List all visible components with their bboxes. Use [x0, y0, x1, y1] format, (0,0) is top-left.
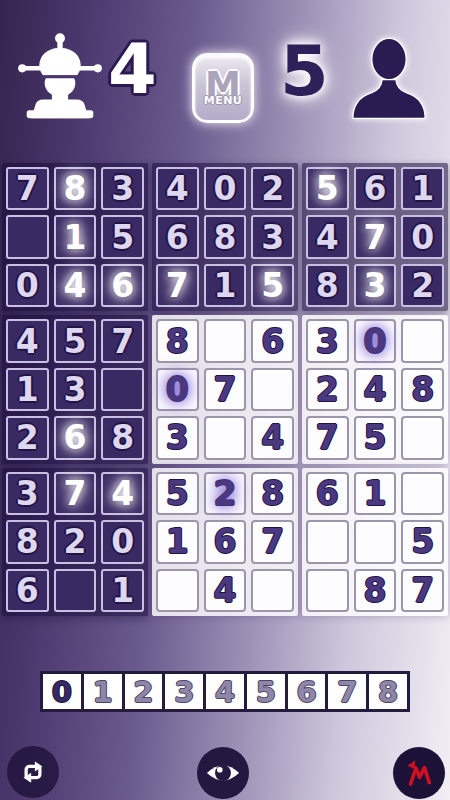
cell-r4c8[interactable]: 0 — [354, 319, 397, 362]
cell-r8c2[interactable]: 2 — [54, 520, 97, 563]
cell-r7c6[interactable]: 8 — [251, 472, 294, 515]
cell-r4c3[interactable]: 7 — [101, 319, 144, 362]
strip-digit-4[interactable]: 4 — [203, 671, 247, 712]
strip-digit-0[interactable]: 0 — [40, 671, 84, 712]
cell-r1c8[interactable]: 6 — [354, 167, 397, 210]
cell-r8c3[interactable]: 0 — [101, 520, 144, 563]
reveal-button[interactable] — [197, 747, 249, 799]
cell-r2c8[interactable]: 7 — [354, 215, 397, 258]
cell-r8c7[interactable] — [306, 520, 349, 563]
cell-r5c9[interactable]: 8 — [401, 368, 444, 411]
block-7: 37482061 — [2, 468, 148, 616]
cell-r1c9[interactable]: 1 — [401, 167, 444, 210]
strip-digit-2[interactable]: 2 — [122, 671, 166, 712]
strip-digit-5[interactable]: 5 — [244, 671, 288, 712]
cell-r1c2[interactable]: 8 — [54, 167, 97, 210]
cell-r1c6[interactable]: 2 — [251, 167, 294, 210]
cell-r2c5[interactable]: 8 — [204, 215, 247, 258]
cell-r8c6[interactable]: 7 — [251, 520, 294, 563]
cell-r9c7[interactable] — [306, 569, 349, 612]
robot-icon — [14, 31, 106, 121]
cell-r7c5[interactable]: 2 — [204, 472, 247, 515]
strip-digit-3[interactable]: 3 — [162, 671, 206, 712]
cell-r5c8[interactable]: 4 — [354, 368, 397, 411]
block-9: 61587 — [302, 468, 448, 616]
cell-r6c6[interactable]: 4 — [251, 416, 294, 459]
cell-r8c9[interactable]: 5 — [401, 520, 444, 563]
cell-r9c1[interactable]: 6 — [6, 569, 49, 612]
cell-r3c3[interactable]: 6 — [101, 264, 144, 307]
cell-r4c1[interactable]: 4 — [6, 319, 49, 362]
cell-r7c2[interactable]: 7 — [54, 472, 97, 515]
cell-r9c4[interactable] — [156, 569, 199, 612]
block-4: 45713268 — [2, 315, 148, 463]
robot-score: 4 — [108, 34, 157, 104]
cell-r3c9[interactable]: 2 — [401, 264, 444, 307]
cell-r2c2[interactable]: 1 — [54, 215, 97, 258]
cell-r7c1[interactable]: 3 — [6, 472, 49, 515]
cell-r5c6[interactable] — [251, 368, 294, 411]
cell-r9c8[interactable]: 8 — [354, 569, 397, 612]
cell-r7c8[interactable]: 1 — [354, 472, 397, 515]
block-5: 860734 — [152, 315, 298, 463]
cell-r4c5[interactable] — [204, 319, 247, 362]
block-6: 3024875 — [302, 315, 448, 463]
strip-digit-1[interactable]: 1 — [81, 671, 125, 712]
cell-r1c7[interactable]: 5 — [306, 167, 349, 210]
brand-button[interactable] — [393, 747, 445, 799]
cell-r1c5[interactable]: 0 — [204, 167, 247, 210]
block-8: 5281674 — [152, 468, 298, 616]
restart-icon — [18, 757, 48, 787]
cell-r6c9[interactable] — [401, 416, 444, 459]
cell-r8c1[interactable]: 8 — [6, 520, 49, 563]
block-1: 78315046 — [2, 163, 148, 311]
player-score: 5 — [280, 36, 329, 106]
cell-r3c7[interactable]: 8 — [306, 264, 349, 307]
cell-r6c3[interactable]: 8 — [101, 416, 144, 459]
cell-r6c2[interactable]: 6 — [54, 416, 97, 459]
cell-r5c1[interactable]: 1 — [6, 368, 49, 411]
cell-r8c5[interactable]: 6 — [204, 520, 247, 563]
strip-digit-7[interactable]: 7 — [325, 671, 369, 712]
cell-r5c2[interactable]: 3 — [54, 368, 97, 411]
strip-digit-6[interactable]: 6 — [285, 671, 329, 712]
cell-r9c3[interactable]: 1 — [101, 569, 144, 612]
cell-r5c3[interactable] — [101, 368, 144, 411]
cell-r2c3[interactable]: 5 — [101, 215, 144, 258]
cell-r7c9[interactable] — [401, 472, 444, 515]
cell-r5c4[interactable]: 0 — [156, 368, 199, 411]
cell-r4c9[interactable] — [401, 319, 444, 362]
cell-r2c1[interactable] — [6, 215, 49, 258]
cell-r7c7[interactable]: 6 — [306, 472, 349, 515]
cell-r4c4[interactable]: 8 — [156, 319, 199, 362]
cell-r3c4[interactable]: 7 — [156, 264, 199, 307]
cell-r1c4[interactable]: 4 — [156, 167, 199, 210]
cell-r6c8[interactable]: 5 — [354, 416, 397, 459]
number-strip: 012345678 — [40, 671, 410, 712]
cell-r3c6[interactable]: 5 — [251, 264, 294, 307]
cell-r9c6[interactable] — [251, 569, 294, 612]
cell-r7c3[interactable]: 4 — [101, 472, 144, 515]
cell-r8c8[interactable] — [354, 520, 397, 563]
sudoku-board: 7831504640268371556147083245713268860734… — [2, 163, 448, 616]
restart-button[interactable] — [7, 746, 59, 798]
cell-r3c2[interactable]: 4 — [54, 264, 97, 307]
cell-r2c4[interactable]: 6 — [156, 215, 199, 258]
cell-r3c5[interactable]: 1 — [204, 264, 247, 307]
block-3: 561470832 — [302, 163, 448, 311]
cell-r3c8[interactable]: 3 — [354, 264, 397, 307]
cell-r6c7[interactable]: 7 — [306, 416, 349, 459]
cell-r2c9[interactable]: 0 — [401, 215, 444, 258]
cell-r5c5[interactable]: 7 — [204, 368, 247, 411]
strip-digit-8[interactable]: 8 — [366, 671, 410, 712]
cell-r4c6[interactable]: 6 — [251, 319, 294, 362]
brand-m-icon — [402, 756, 436, 790]
cell-r4c2[interactable]: 5 — [54, 319, 97, 362]
menu-label: MENU — [204, 94, 243, 107]
cell-r7c4[interactable]: 5 — [156, 472, 199, 515]
cell-r2c6[interactable]: 3 — [251, 215, 294, 258]
cell-r1c3[interactable]: 3 — [101, 167, 144, 210]
cell-r6c5[interactable] — [204, 416, 247, 459]
eye-icon — [205, 755, 241, 791]
cell-r4c7[interactable]: 3 — [306, 319, 349, 362]
cell-r6c4[interactable]: 3 — [156, 416, 199, 459]
cell-r2c7[interactable]: 4 — [306, 215, 349, 258]
cell-r5c7[interactable]: 2 — [306, 368, 349, 411]
cell-r9c9[interactable]: 7 — [401, 569, 444, 612]
person-icon — [344, 35, 434, 121]
cell-r8c4[interactable]: 1 — [156, 520, 199, 563]
cell-r9c2[interactable] — [54, 569, 97, 612]
menu-button[interactable]: M MENU — [192, 53, 254, 123]
cell-r6c1[interactable]: 2 — [6, 416, 49, 459]
block-2: 402683715 — [152, 163, 298, 311]
cell-r9c5[interactable]: 4 — [204, 569, 247, 612]
cell-r1c1[interactable]: 7 — [6, 167, 49, 210]
cell-r3c1[interactable]: 0 — [6, 264, 49, 307]
